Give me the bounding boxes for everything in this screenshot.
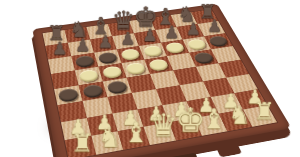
case-latch xyxy=(165,152,198,157)
chess-board: ♜♞♝♛♚♝♞♜♟♟♟♟♟♟♟♟♟♟♟♟♟♟♟♟♜♞♝♛♚♝♞♜ xyxy=(32,3,291,157)
square-a5[interactable] xyxy=(51,70,79,89)
board-grid: ♜♞♝♛♚♝♞♜♟♟♟♟♟♟♟♟♟♟♟♟♟♟♟♟♜♞♝♛♚♝♞♜ xyxy=(42,9,279,157)
checker-dark-disc[interactable] xyxy=(98,52,118,64)
piece-white-rook[interactable]: ♜ xyxy=(68,131,96,156)
square-c7[interactable]: ♟ xyxy=(90,36,117,52)
checker-dark-disc[interactable] xyxy=(107,80,128,94)
piece-black-pawn[interactable]: ♟ xyxy=(182,20,204,37)
square-b7[interactable]: ♟ xyxy=(68,39,94,56)
piece-white-knight[interactable]: ♞ xyxy=(226,103,252,128)
checker-cream-disc[interactable] xyxy=(125,62,145,75)
checker-cream-disc[interactable] xyxy=(148,58,169,71)
checker-cream-disc[interactable] xyxy=(121,48,141,60)
checker-dark-disc[interactable] xyxy=(58,88,78,102)
piece-black-pawn[interactable]: ♟ xyxy=(116,30,139,47)
square-d4[interactable] xyxy=(127,74,156,93)
board-foot xyxy=(217,146,242,157)
square-a1[interactable]: ♜ xyxy=(65,135,96,157)
square-a7[interactable]: ♟ xyxy=(45,43,71,60)
piece-black-pawn[interactable]: ♟ xyxy=(94,33,117,50)
checker-cream-disc[interactable] xyxy=(79,69,99,82)
checker-dark-disc[interactable] xyxy=(193,52,214,64)
piece-black-pawn[interactable]: ♟ xyxy=(138,27,161,44)
piece-black-pawn[interactable]: ♟ xyxy=(48,40,71,57)
chess-set-photo: ♜♞♝♛♚♝♞♜♟♟♟♟♟♟♟♟♟♟♟♟♟♟♟♟♜♞♝♛♚♝♞♜ xyxy=(0,0,300,157)
checker-cream-disc[interactable] xyxy=(102,65,122,78)
checker-cream-disc[interactable] xyxy=(165,42,185,54)
checker-dark-disc[interactable] xyxy=(83,84,104,98)
piece-black-pawn[interactable]: ♟ xyxy=(160,24,182,41)
piece-white-rook[interactable]: ♜ xyxy=(251,99,277,123)
piece-white-knight[interactable]: ♞ xyxy=(96,125,124,151)
board-frame: ♜♞♝♛♚♝♞♜♟♟♟♟♟♟♟♟♟♟♟♟♟♟♟♟♜♞♝♛♚♝♞♜ xyxy=(32,3,291,157)
piece-white-queen[interactable]: ♛ xyxy=(149,110,176,142)
checker-dark-disc[interactable] xyxy=(75,55,94,68)
piece-white-king[interactable]: ♚ xyxy=(175,103,202,137)
piece-black-pawn[interactable]: ♟ xyxy=(71,36,94,53)
checker-cream-disc[interactable] xyxy=(187,38,207,50)
piece-black-pawn[interactable]: ♟ xyxy=(203,17,225,34)
checker-dark-disc[interactable] xyxy=(208,35,229,47)
piece-white-bishop[interactable]: ♝ xyxy=(123,118,150,146)
checker-cream-disc[interactable] xyxy=(143,45,163,57)
